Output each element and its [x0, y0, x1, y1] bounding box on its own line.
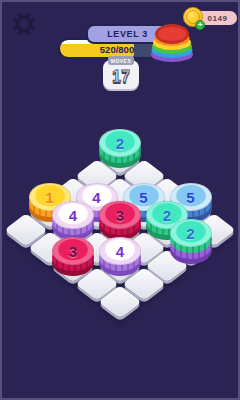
rainbow-cap-icon [150, 24, 194, 62]
face-band: 2 [99, 129, 141, 157]
moves-label: MOVES [108, 56, 134, 65]
disc-red-3-r4c2[interactable]: 3 [52, 237, 94, 276]
disc-count: 4 [116, 244, 124, 259]
disc-white-4-r3c1[interactable]: 4 [52, 201, 94, 240]
face-band: 4 [52, 201, 94, 229]
disc-teal-2-r0c0[interactable]: 2 [99, 129, 141, 168]
disc-red-3-r2c2[interactable]: 3 [99, 201, 141, 240]
add-coins-button[interactable]: + [195, 20, 205, 30]
face-band: 3 [99, 201, 141, 229]
disc-count: 3 [69, 244, 77, 259]
face-band: 3 [52, 237, 94, 265]
disc-count: 3 [116, 208, 124, 223]
cap-top-red [155, 24, 189, 44]
disc-teal-2-r1c4[interactable]: 2 [170, 219, 212, 264]
disc-white-4-r3c3[interactable]: 4 [99, 237, 141, 276]
face-band: 4 [99, 237, 141, 265]
disc-count: 2 [116, 136, 124, 151]
app-screen: { "game": "disc-stack-sort-puzzle (isome… [0, 0, 240, 400]
disc-count: 4 [69, 208, 77, 223]
disc-count: 2 [186, 226, 194, 241]
moves-value: 17 [112, 64, 130, 86]
face-band: 2 [170, 219, 212, 247]
